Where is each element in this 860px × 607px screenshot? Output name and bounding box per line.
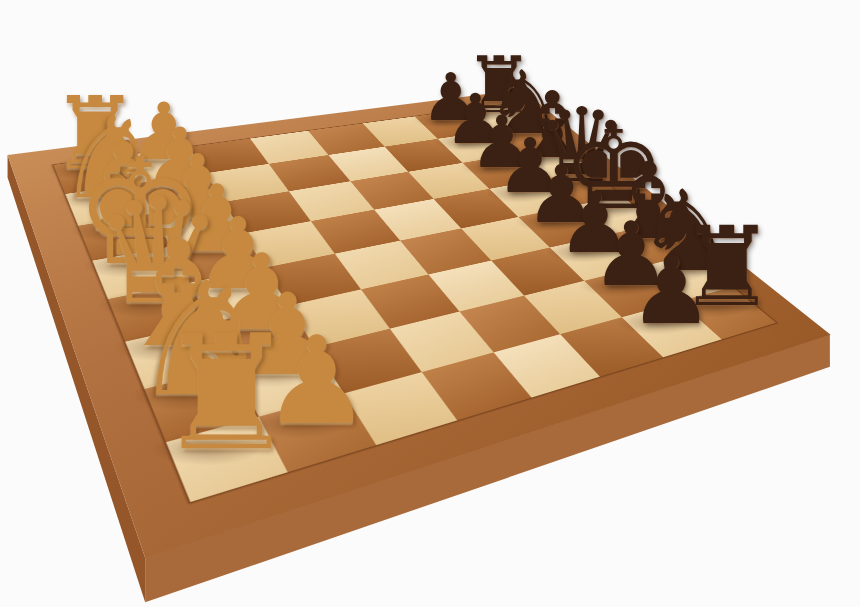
white-rook-glyph: ♜ xyxy=(155,314,297,472)
black-pawn-glyph: ♟ xyxy=(629,244,713,338)
chess-scene: ♜♟♞♟♝♟♟♜♛♟♟♞♚♟♟♝♝♟♟♚♞♟♟♛♜♟♟♝♟♞♟♜ xyxy=(0,0,860,607)
pieces-layer: ♜♟♞♟♝♟♟♜♛♟♟♞♚♟♟♝♝♟♟♚♞♟♟♛♜♟♟♝♟♞♟♜ xyxy=(0,0,860,607)
piece-white-rook-h1[interactable]: ♜ xyxy=(155,314,297,472)
piece-black-pawn-h7[interactable]: ♟ xyxy=(629,244,713,338)
